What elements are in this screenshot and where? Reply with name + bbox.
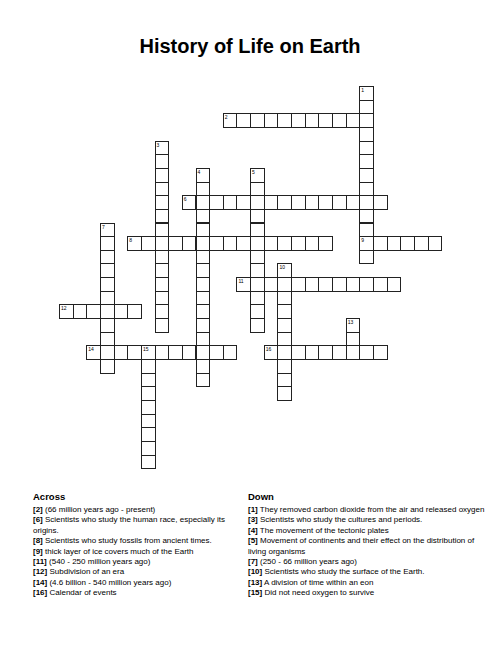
cell-r15c10[interactable] bbox=[196, 291, 211, 306]
cell-r8c19[interactable] bbox=[318, 195, 333, 210]
cell-r8c13[interactable] bbox=[236, 195, 251, 210]
clue-down-4: [4] The movement of the tectonic plates bbox=[248, 526, 491, 536]
cell-r5c7[interactable] bbox=[155, 154, 170, 169]
cell-r16c2[interactable] bbox=[86, 304, 101, 319]
clue-number: [12] bbox=[33, 567, 47, 576]
cell-r14c15[interactable] bbox=[264, 277, 279, 292]
cell-r15c7[interactable] bbox=[155, 291, 170, 306]
cell-number-7: 7 bbox=[102, 224, 105, 230]
clue-across-8: [8] Scientists who study fossils from an… bbox=[33, 536, 251, 546]
cell-number-14: 14 bbox=[88, 346, 94, 352]
cell-r19c5[interactable] bbox=[127, 345, 142, 360]
cell-r11c9[interactable] bbox=[182, 236, 197, 251]
across-clues-column: Across [2] (66 million years ago - prese… bbox=[33, 491, 251, 599]
clue-across-9: [9] thick layer of ice covers much of th… bbox=[33, 547, 251, 557]
cell-r11c27[interactable] bbox=[428, 236, 443, 251]
cell-r19c20[interactable] bbox=[332, 345, 347, 360]
cell-r14c22[interactable] bbox=[359, 277, 374, 292]
cell-r15c16[interactable] bbox=[277, 291, 292, 306]
cell-r14c21[interactable] bbox=[346, 277, 361, 292]
down-clues-column: Down [1] They removed carbon dioxide fro… bbox=[248, 491, 491, 599]
cell-r14c7[interactable] bbox=[155, 277, 170, 292]
cell-r7c10[interactable] bbox=[196, 182, 211, 197]
cell-r18c16[interactable] bbox=[277, 332, 292, 347]
cell-r10c3[interactable]: 7 bbox=[100, 223, 115, 238]
cell-r22c6[interactable] bbox=[141, 386, 156, 401]
cell-r11c22[interactable]: 9 bbox=[359, 236, 374, 251]
cell-r11c16[interactable] bbox=[277, 236, 292, 251]
cell-r19c6[interactable]: 15 bbox=[141, 345, 156, 360]
cell-r8c23[interactable] bbox=[373, 195, 388, 210]
cell-r16c5[interactable] bbox=[127, 304, 142, 319]
cell-r7c7[interactable] bbox=[155, 182, 170, 197]
cell-r14c19[interactable] bbox=[318, 277, 333, 292]
cell-r11c8[interactable] bbox=[168, 236, 183, 251]
cell-r8c16[interactable] bbox=[277, 195, 292, 210]
clue-number: [13] bbox=[248, 578, 262, 587]
cell-r14c14[interactable] bbox=[250, 277, 265, 292]
clue-number: [6] bbox=[33, 515, 43, 524]
cell-r2c15[interactable] bbox=[264, 113, 279, 128]
cell-r10c14[interactable] bbox=[250, 223, 265, 238]
cell-number-5: 5 bbox=[252, 169, 255, 175]
cell-r14c18[interactable] bbox=[305, 277, 320, 292]
cell-r18c10[interactable] bbox=[196, 332, 211, 347]
cell-r11c23[interactable] bbox=[373, 236, 388, 251]
cell-r9c14[interactable] bbox=[250, 209, 265, 224]
cell-r2c17[interactable] bbox=[291, 113, 306, 128]
cell-r8c7[interactable] bbox=[155, 195, 170, 210]
cell-r13c10[interactable] bbox=[196, 263, 211, 278]
cell-r16c1[interactable] bbox=[73, 304, 88, 319]
cell-r8c21[interactable] bbox=[346, 195, 361, 210]
cell-r19c10[interactable] bbox=[196, 345, 211, 360]
cell-r21c6[interactable] bbox=[141, 373, 156, 388]
cell-r19c4[interactable] bbox=[114, 345, 129, 360]
cell-r19c8[interactable] bbox=[168, 345, 183, 360]
cell-r11c14[interactable] bbox=[250, 236, 265, 251]
clue-down-13: [13] A division of time within an eon bbox=[248, 578, 491, 588]
cell-number-4: 4 bbox=[198, 169, 201, 175]
cell-r16c4[interactable] bbox=[114, 304, 129, 319]
cell-r2c12[interactable]: 2 bbox=[223, 113, 238, 128]
cell-r15c14[interactable] bbox=[250, 291, 265, 306]
cell-r15c3[interactable] bbox=[100, 291, 115, 306]
cell-r7c14[interactable] bbox=[250, 182, 265, 197]
clue-number: [1] bbox=[248, 505, 258, 514]
cell-r8c20[interactable] bbox=[332, 195, 347, 210]
cell-r16c14[interactable] bbox=[250, 304, 265, 319]
cell-number-12: 12 bbox=[61, 305, 67, 311]
cell-r2c18[interactable] bbox=[305, 113, 320, 128]
cell-r6c14[interactable]: 5 bbox=[250, 168, 265, 183]
cell-r5c22[interactable] bbox=[359, 154, 374, 169]
clue-down-1: [1] They removed carbon dioxide from the… bbox=[248, 505, 491, 515]
clue-across-11: [11] (540 - 250 million years ago) bbox=[33, 557, 251, 567]
cell-r14c23[interactable] bbox=[373, 277, 388, 292]
clue-number: [11] bbox=[33, 557, 47, 566]
clue-number: [14] bbox=[33, 578, 47, 587]
clue-across-2: [2] (66 million years ago - present) bbox=[33, 505, 251, 515]
cell-r8c15[interactable] bbox=[264, 195, 279, 210]
cell-r1c22[interactable] bbox=[359, 100, 374, 115]
cell-r25c6[interactable] bbox=[141, 427, 156, 442]
cell-number-10: 10 bbox=[279, 264, 285, 270]
clue-down-7: [7] (250 - 66 million years ago) bbox=[248, 557, 491, 567]
clue-number: [15] bbox=[248, 588, 262, 597]
cell-r19c18[interactable] bbox=[305, 345, 320, 360]
clue-down-15: [15] Did not need oxygen to survive bbox=[248, 588, 491, 598]
cell-r21c10[interactable] bbox=[196, 373, 211, 388]
cell-r7c22[interactable] bbox=[359, 182, 374, 197]
cell-r16c0[interactable]: 12 bbox=[59, 304, 74, 319]
cell-r11c6[interactable] bbox=[141, 236, 156, 251]
cell-r19c15[interactable]: 16 bbox=[264, 345, 279, 360]
cell-r11c18[interactable] bbox=[305, 236, 320, 251]
cell-r18c3[interactable] bbox=[100, 332, 115, 347]
cell-number-13: 13 bbox=[348, 319, 354, 325]
clue-across-6: [6] Scientists who study the human race,… bbox=[33, 515, 251, 536]
cell-r6c10[interactable]: 4 bbox=[196, 168, 211, 183]
cell-r12c3[interactable] bbox=[100, 250, 115, 265]
cell-r14c16[interactable] bbox=[277, 277, 292, 292]
clue-across-16: [16] Calendar of events bbox=[33, 588, 251, 598]
cell-r20c10[interactable] bbox=[196, 359, 211, 374]
cell-r26c6[interactable] bbox=[141, 441, 156, 456]
cell-r18c21[interactable] bbox=[346, 332, 361, 347]
cell-r19c2[interactable]: 14 bbox=[86, 345, 101, 360]
puzzle-title: History of Life on Earth bbox=[0, 35, 500, 58]
cell-r11c12[interactable] bbox=[223, 236, 238, 251]
cell-r12c10[interactable] bbox=[196, 250, 211, 265]
clue-across-12: [12] Subdivision of an era bbox=[33, 567, 251, 577]
cell-r6c22[interactable] bbox=[359, 168, 374, 183]
cell-r0c22[interactable]: 1 bbox=[359, 86, 374, 101]
cell-r6c7[interactable] bbox=[155, 168, 170, 183]
cell-r13c3[interactable] bbox=[100, 263, 115, 278]
cell-r12c7[interactable] bbox=[155, 250, 170, 265]
cell-r2c22[interactable] bbox=[359, 113, 374, 128]
cell-r20c16[interactable] bbox=[277, 359, 292, 374]
cell-number-8: 8 bbox=[129, 237, 132, 243]
cell-r16c3[interactable] bbox=[100, 304, 115, 319]
cell-r11c25[interactable] bbox=[400, 236, 415, 251]
cell-r19c16[interactable] bbox=[277, 345, 292, 360]
crossword-grid: 12345678910111213141516 bbox=[59, 86, 442, 469]
cell-r11c15[interactable] bbox=[264, 236, 279, 251]
cell-r16c16[interactable] bbox=[277, 304, 292, 319]
cell-r23c6[interactable] bbox=[141, 400, 156, 415]
cell-r8c18[interactable] bbox=[305, 195, 320, 210]
cell-r19c3[interactable] bbox=[100, 345, 115, 360]
cell-r19c23[interactable] bbox=[373, 345, 388, 360]
cell-r20c3[interactable] bbox=[100, 359, 115, 374]
cell-number-6: 6 bbox=[184, 196, 187, 202]
cell-r11c3[interactable] bbox=[100, 236, 115, 251]
across-clue-list: [2] (66 million years ago - present)[6] … bbox=[33, 505, 251, 599]
cell-r19c7[interactable] bbox=[155, 345, 170, 360]
cell-number-1: 1 bbox=[361, 87, 364, 93]
cell-r11c24[interactable] bbox=[387, 236, 402, 251]
cell-r2c19[interactable] bbox=[318, 113, 333, 128]
clue-number: [10] bbox=[248, 567, 262, 576]
cell-r11c5[interactable]: 8 bbox=[127, 236, 142, 251]
cell-number-9: 9 bbox=[361, 237, 364, 243]
cell-r17c3[interactable] bbox=[100, 318, 115, 333]
cell-r19c12[interactable] bbox=[223, 345, 238, 360]
cell-r17c10[interactable] bbox=[196, 318, 211, 333]
cell-r11c26[interactable] bbox=[414, 236, 429, 251]
cell-r11c7[interactable] bbox=[155, 236, 170, 251]
cell-r14c3[interactable] bbox=[100, 277, 115, 292]
cell-r19c19[interactable] bbox=[318, 345, 333, 360]
cell-r2c20[interactable] bbox=[332, 113, 347, 128]
cell-r9c10[interactable] bbox=[196, 209, 211, 224]
clue-across-14: [14] (4.6 billion - 540 million years ag… bbox=[33, 578, 251, 588]
cell-r8c11[interactable] bbox=[209, 195, 224, 210]
cell-r14c24[interactable] bbox=[387, 277, 402, 292]
cell-r2c21[interactable] bbox=[346, 113, 361, 128]
cell-r11c17[interactable] bbox=[291, 236, 306, 251]
cell-number-16: 16 bbox=[266, 346, 272, 352]
cell-r3c22[interactable] bbox=[359, 127, 374, 142]
cell-r19c9[interactable] bbox=[182, 345, 197, 360]
cell-r13c14[interactable] bbox=[250, 263, 265, 278]
cell-r14c20[interactable] bbox=[332, 277, 347, 292]
cell-r20c6[interactable] bbox=[141, 359, 156, 374]
clue-number: [9] bbox=[33, 547, 43, 556]
cell-r17c21[interactable]: 13 bbox=[346, 318, 361, 333]
clue-number: [8] bbox=[33, 536, 43, 545]
cell-r19c22[interactable] bbox=[359, 345, 374, 360]
clue-down-5: [5] Movement of continents and their eff… bbox=[248, 536, 491, 557]
cell-r10c10[interactable] bbox=[196, 223, 211, 238]
cell-r13c16[interactable]: 10 bbox=[277, 263, 292, 278]
clue-number: [3] bbox=[248, 515, 258, 524]
cell-r4c7[interactable]: 3 bbox=[155, 141, 170, 156]
cell-r10c22[interactable] bbox=[359, 223, 374, 238]
cell-number-3: 3 bbox=[157, 142, 160, 148]
cell-r14c13[interactable]: 11 bbox=[236, 277, 251, 292]
cell-r17c7[interactable] bbox=[155, 318, 170, 333]
down-clue-list: [1] They removed carbon dioxide from the… bbox=[248, 505, 491, 599]
clue-number: [7] bbox=[248, 557, 258, 566]
cell-r17c16[interactable] bbox=[277, 318, 292, 333]
cell-r8c10[interactable] bbox=[196, 195, 211, 210]
clue-number: [5] bbox=[248, 536, 258, 545]
down-heading: Down bbox=[248, 491, 491, 503]
cell-r9c22[interactable] bbox=[359, 209, 374, 224]
cell-r8c12[interactable] bbox=[223, 195, 238, 210]
cell-r2c13[interactable] bbox=[236, 113, 251, 128]
cell-number-15: 15 bbox=[143, 346, 149, 352]
cell-r11c13[interactable] bbox=[236, 236, 251, 251]
cell-r22c16[interactable] bbox=[277, 386, 292, 401]
cell-r13c7[interactable] bbox=[155, 263, 170, 278]
clue-down-10: [10] Scientists who study the surface of… bbox=[248, 567, 491, 577]
cell-number-11: 11 bbox=[238, 278, 243, 284]
cell-r14c10[interactable] bbox=[196, 277, 211, 292]
cell-r16c10[interactable] bbox=[196, 304, 211, 319]
cell-r24c6[interactable] bbox=[141, 414, 156, 429]
cell-r16c7[interactable] bbox=[155, 304, 170, 319]
cell-r2c16[interactable] bbox=[277, 113, 292, 128]
cell-r10c7[interactable] bbox=[155, 223, 170, 238]
cell-r11c19[interactable] bbox=[318, 236, 333, 251]
cell-r14c17[interactable] bbox=[291, 277, 306, 292]
across-heading: Across bbox=[33, 491, 251, 503]
cell-r9c7[interactable] bbox=[155, 209, 170, 224]
clue-number: [4] bbox=[248, 526, 258, 535]
cell-r19c17[interactable] bbox=[291, 345, 306, 360]
cell-r8c9[interactable]: 6 bbox=[182, 195, 197, 210]
cell-r8c17[interactable] bbox=[291, 195, 306, 210]
cell-number-2: 2 bbox=[225, 114, 228, 120]
cell-r12c14[interactable] bbox=[250, 250, 265, 265]
cell-r19c21[interactable] bbox=[346, 345, 361, 360]
cell-r2c14[interactable] bbox=[250, 113, 265, 128]
cell-r8c22[interactable] bbox=[359, 195, 374, 210]
cell-r8c14[interactable] bbox=[250, 195, 265, 210]
cell-r11c11[interactable] bbox=[209, 236, 224, 251]
cell-r17c14[interactable] bbox=[250, 318, 265, 333]
cell-r4c22[interactable] bbox=[359, 141, 374, 156]
clue-number: [2] bbox=[33, 505, 43, 514]
cell-r11c10[interactable] bbox=[196, 236, 211, 251]
cell-r27c6[interactable] bbox=[141, 455, 156, 470]
cell-r19c11[interactable] bbox=[209, 345, 224, 360]
clue-number: [16] bbox=[33, 588, 47, 597]
cell-r21c16[interactable] bbox=[277, 373, 292, 388]
clue-down-3: [3] Scientists who study the cultures an… bbox=[248, 515, 491, 525]
cell-r12c22[interactable] bbox=[359, 250, 374, 265]
